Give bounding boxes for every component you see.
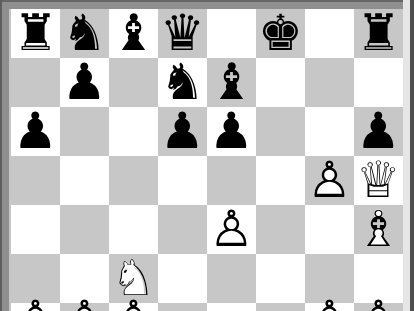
piece-white-bishop-fill-h4: ♝ — [354, 205, 403, 254]
square-c3[interactable]: ♞♘ — [109, 254, 158, 303]
piece-black-rook-a8: ♜ — [11, 9, 60, 58]
square-a6[interactable]: ♟ — [11, 107, 60, 156]
square-b5[interactable] — [60, 156, 109, 205]
square-h3[interactable] — [354, 254, 403, 303]
square-g7[interactable] — [305, 58, 354, 107]
square-f2[interactable] — [256, 303, 305, 311]
square-d8[interactable]: ♛ — [158, 9, 207, 58]
square-f4[interactable] — [256, 205, 305, 254]
square-b7[interactable]: ♟ — [60, 58, 109, 107]
square-a7[interactable] — [11, 58, 60, 107]
square-d4[interactable] — [158, 205, 207, 254]
square-f8[interactable]: ♚ — [256, 9, 305, 58]
board-frame-left-highlight — [9, 9, 11, 311]
piece-white-knight-fill-c3: ♞ — [109, 254, 158, 303]
square-d3[interactable] — [158, 254, 207, 303]
square-d7[interactable]: ♞ — [158, 58, 207, 107]
piece-black-pawn-b7: ♟ — [60, 58, 109, 107]
square-h2[interactable]: ♟♙ — [354, 303, 403, 311]
chess-app-screen: ♜♞♝♛♚♜♟♞♝♟♟♟♟♟♙♛♕♟♙♝♗♞♘♟♙♟♙♟♙♟♙♟♙ — [0, 0, 414, 311]
square-g6[interactable] — [305, 107, 354, 156]
board-frame-right-edge — [410, 0, 414, 311]
square-e5[interactable] — [207, 156, 256, 205]
square-e3[interactable] — [207, 254, 256, 303]
piece-black-bishop-c8: ♝ — [109, 9, 158, 58]
piece-white-pawn-fill-e4: ♟ — [207, 205, 256, 254]
square-g8[interactable] — [305, 9, 354, 58]
square-h6[interactable]: ♟ — [354, 107, 403, 156]
square-b3[interactable] — [60, 254, 109, 303]
square-e6[interactable]: ♟ — [207, 107, 256, 156]
square-f3[interactable] — [256, 254, 305, 303]
square-c4[interactable] — [109, 205, 158, 254]
piece-black-king-f8: ♚ — [256, 9, 305, 58]
square-a4[interactable] — [11, 205, 60, 254]
piece-black-pawn-d6: ♟ — [158, 107, 207, 156]
piece-black-rook-h8: ♜ — [354, 9, 403, 58]
piece-white-queen-h5: ♕ — [354, 156, 403, 205]
square-h8[interactable]: ♜ — [354, 9, 403, 58]
piece-black-bishop-e7: ♝ — [207, 58, 256, 107]
square-c2[interactable]: ♟♙ — [109, 303, 158, 311]
square-f6[interactable] — [256, 107, 305, 156]
piece-white-pawn-fill-g5: ♟ — [305, 156, 354, 205]
square-f7[interactable] — [256, 58, 305, 107]
piece-white-pawn-e4: ♙ — [207, 205, 256, 254]
square-b2[interactable]: ♟♙ — [60, 303, 109, 311]
board-frame-left-edge — [0, 0, 2, 311]
square-b4[interactable] — [60, 205, 109, 254]
square-e4[interactable]: ♟♙ — [207, 205, 256, 254]
chess-board: ♜♞♝♛♚♜♟♞♝♟♟♟♟♟♙♛♕♟♙♝♗♞♘♟♙♟♙♟♙♟♙♟♙ — [11, 9, 403, 311]
square-g3[interactable] — [305, 254, 354, 303]
piece-black-queen-d8: ♛ — [158, 9, 207, 58]
square-e2[interactable] — [207, 303, 256, 311]
square-h5[interactable]: ♛♕ — [354, 156, 403, 205]
board-frame-top-edge — [0, 0, 414, 2]
square-a8[interactable]: ♜ — [11, 9, 60, 58]
piece-black-pawn-h6: ♟ — [354, 107, 403, 156]
square-d6[interactable]: ♟ — [158, 107, 207, 156]
piece-black-pawn-a6: ♟ — [11, 107, 60, 156]
piece-black-pawn-e6: ♟ — [207, 107, 256, 156]
square-g5[interactable]: ♟♙ — [305, 156, 354, 205]
square-f5[interactable] — [256, 156, 305, 205]
piece-white-knight-c3: ♘ — [109, 254, 158, 303]
square-c8[interactable]: ♝ — [109, 9, 158, 58]
square-c7[interactable] — [109, 58, 158, 107]
piece-white-pawn-g5: ♙ — [305, 156, 354, 205]
square-a5[interactable] — [11, 156, 60, 205]
square-e7[interactable]: ♝ — [207, 58, 256, 107]
piece-white-bishop-h4: ♗ — [354, 205, 403, 254]
square-e8[interactable] — [207, 9, 256, 58]
square-h7[interactable] — [354, 58, 403, 107]
square-c6[interactable] — [109, 107, 158, 156]
square-h4[interactable]: ♝♗ — [354, 205, 403, 254]
square-d5[interactable] — [158, 156, 207, 205]
piece-white-queen-fill-h5: ♛ — [354, 156, 403, 205]
square-a2[interactable]: ♟♙ — [11, 303, 60, 311]
square-b8[interactable]: ♞ — [60, 9, 109, 58]
piece-black-knight-d7: ♞ — [158, 58, 207, 107]
square-b6[interactable] — [60, 107, 109, 156]
square-g2[interactable]: ♟♙ — [305, 303, 354, 311]
piece-black-knight-b8: ♞ — [60, 9, 109, 58]
board-frame-right-highlight — [403, 0, 410, 311]
square-c5[interactable] — [109, 156, 158, 205]
square-a3[interactable] — [11, 254, 60, 303]
square-d2[interactable] — [158, 303, 207, 311]
square-g4[interactable] — [305, 205, 354, 254]
